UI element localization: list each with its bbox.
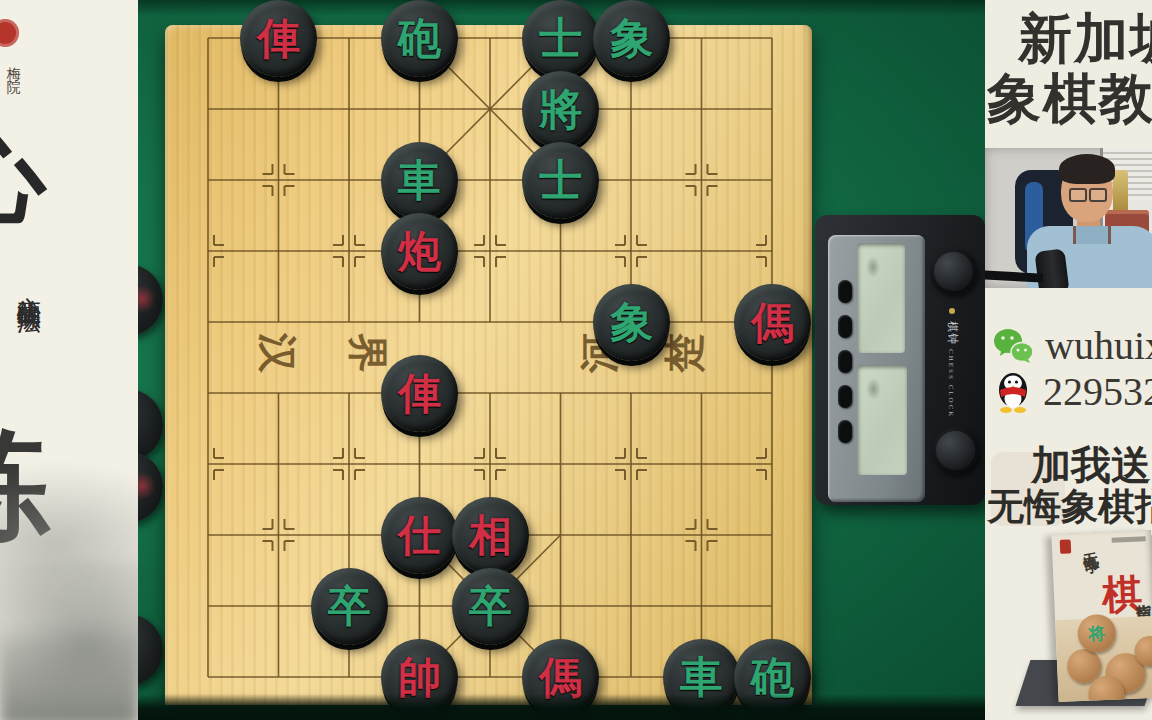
mic-boom-arm	[985, 270, 1043, 282]
river-label-char: 界	[344, 330, 390, 376]
piece-character: 炮	[398, 230, 441, 273]
piece-character: 卒	[469, 585, 512, 628]
xiangqi-piece-象[interactable]: 象	[593, 0, 670, 77]
clock-button[interactable]	[838, 350, 852, 373]
xiangqi-piece-仕[interactable]: 仕	[381, 497, 458, 574]
qq-id: 229532	[1043, 368, 1152, 415]
clock-button[interactable]	[838, 420, 852, 443]
box-small-text	[1112, 536, 1146, 542]
left-caption-text: 心算的正确练法	[13, 278, 45, 292]
left-panel: 梅院 心 练 心算的正确练法	[0, 0, 138, 720]
xiangqi-piece-卒[interactable]: 卒	[452, 568, 529, 645]
piece-character: 帥	[398, 656, 441, 699]
chess-clock: 棋钟 CHESS CLOCK	[815, 215, 985, 505]
wechat-contact-row: wuhuix	[993, 322, 1152, 369]
xiangqi-piece-士[interactable]: 士	[522, 0, 599, 77]
ink-wash-mountains	[0, 636, 138, 720]
red-seal-icon	[0, 19, 19, 47]
box-cover: 无悔学 棋 指南 将	[1051, 530, 1152, 702]
wechat-icon	[993, 327, 1035, 365]
piece-character: 砲	[398, 17, 441, 60]
river-label-char: 楚	[662, 330, 708, 376]
streamer-hair	[1059, 154, 1115, 184]
xiangqi-piece-炮[interactable]: 炮	[381, 213, 458, 290]
piece-character: 士	[539, 159, 582, 202]
glasses-icon	[1069, 188, 1087, 202]
piece-character: 將	[539, 88, 582, 131]
xiangqi-piece-車[interactable]: 車	[381, 142, 458, 219]
clock-button[interactable]	[838, 385, 852, 408]
cover-piece-general: 将	[1077, 614, 1117, 654]
clock-brand-label: 棋钟 CHESS CLOCK	[944, 288, 960, 438]
box-title-vertical: 无悔学	[1077, 539, 1097, 551]
qq-contact-row: 229532	[993, 368, 1152, 415]
xiangqi-piece-士[interactable]: 士	[522, 142, 599, 219]
bottom-shadow	[138, 694, 985, 720]
piece-character: 相	[469, 514, 512, 557]
piece-character: 砲	[751, 656, 794, 699]
clock-display-left	[857, 243, 905, 353]
product-box: 无悔学 棋 指南 将	[1023, 528, 1152, 713]
piece-character: 俥	[257, 17, 300, 60]
captured-piece	[138, 451, 163, 523]
clock-display-right	[857, 365, 907, 475]
glasses-icon	[1089, 188, 1107, 202]
clock-button[interactable]	[838, 280, 852, 303]
xiangqi-piece-卒[interactable]: 卒	[311, 568, 388, 645]
piece-character: 士	[539, 17, 582, 60]
box-seal-icon	[1060, 539, 1072, 553]
piece-character: 仕	[398, 514, 441, 557]
panel-title-line1: 新加坡	[1018, 12, 1152, 66]
piece-character: 卒	[328, 585, 371, 628]
shirt-collar	[1073, 226, 1111, 244]
piece-character: 傌	[539, 656, 582, 699]
calligraphy-glyph: 心	[0, 128, 46, 228]
piece-character: 傌	[751, 301, 794, 344]
table-area: 汉界河楚 俥砲士象將車士炮象傌俥仕相卒卒帥傌車砲 棋钟 CHESS CLOCK	[138, 0, 985, 720]
qq-icon	[993, 370, 1033, 414]
piece-character: 車	[398, 159, 441, 202]
xiangqi-piece-傌[interactable]: 傌	[734, 284, 811, 361]
xiangqi-piece-相[interactable]: 相	[452, 497, 529, 574]
panel-title-line2: 象棋教	[987, 72, 1152, 126]
xiangqi-piece-將[interactable]: 將	[522, 71, 599, 148]
trophy	[1113, 170, 1128, 212]
xiangqi-piece-砲[interactable]: 砲	[381, 0, 458, 77]
river-label-char: 汉	[254, 330, 300, 376]
wechat-id: wuhuix	[1045, 322, 1152, 369]
piece-character: 象	[610, 17, 653, 60]
piece-character: 俥	[398, 372, 441, 415]
xiangqi-piece-俥[interactable]: 俥	[381, 355, 458, 432]
captured-piece	[138, 614, 163, 686]
piece-character: 象	[610, 301, 653, 344]
xiangqi-board[interactable]: 汉界河楚 俥砲士象將車士炮象傌俥仕相卒卒帥傌車砲	[165, 25, 812, 705]
clock-button[interactable]	[838, 315, 852, 338]
captured-piece	[138, 264, 163, 336]
video-frame: 梅院 心 练 心算的正确练法 汉界河楚 俥砲士象將車士炮象傌俥仕相卒卒帥傌車砲	[0, 0, 1152, 720]
webcam-view	[985, 148, 1152, 288]
box-cover-photo: 将	[1055, 616, 1152, 702]
xiangqi-piece-俥[interactable]: 俥	[240, 0, 317, 77]
info-panel: 新加坡 象棋教	[985, 0, 1152, 720]
promo-line2: 无悔象棋指	[987, 482, 1152, 532]
xiangqi-piece-象[interactable]: 象	[593, 284, 670, 361]
captured-piece	[138, 389, 163, 461]
box-title-big-char: 棋	[1101, 566, 1143, 623]
seal-caption: 梅院	[4, 56, 22, 80]
piece-character: 車	[680, 656, 723, 699]
clock-logo-icon	[949, 308, 955, 314]
